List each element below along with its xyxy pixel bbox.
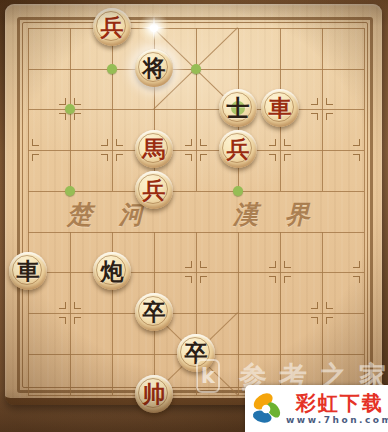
rainbow-pinwheel-icon <box>248 390 286 428</box>
piece-black-advisor[interactable]: 士 <box>219 89 257 127</box>
screenshot-stage: 楚 河 漢 界 兵将士車馬兵兵車炮卒卒帅 k 参考之家 彩虹下载 www.7ho… <box>0 0 388 432</box>
grid-line <box>280 232 281 395</box>
grid-line <box>112 28 113 191</box>
download-badge[interactable]: 彩虹下载 www.7hon.com <box>245 385 388 432</box>
piece-black-soldier[interactable]: 卒 <box>177 334 215 372</box>
grid-line <box>322 232 323 395</box>
xiangqi-board[interactable]: 楚 河 漢 界 兵将士車馬兵兵車炮卒卒帅 <box>5 4 382 405</box>
grid-line <box>238 232 239 395</box>
piece-black-general[interactable]: 将 <box>135 49 173 87</box>
piece-black-chariot[interactable]: 車 <box>9 252 47 290</box>
move-dot <box>233 186 243 196</box>
piece-black-cannon[interactable]: 炮 <box>93 252 131 290</box>
river-label-hanjie: 漢 界 <box>233 199 319 231</box>
move-dot <box>191 64 201 74</box>
grid-line <box>70 232 71 395</box>
move-dot <box>107 64 117 74</box>
download-badge-url: www.7hon.com <box>286 415 388 426</box>
grid-line <box>28 28 29 395</box>
grid-line <box>196 28 197 191</box>
download-badge-title: 彩虹下载 <box>296 391 384 415</box>
piece-black-soldier[interactable]: 卒 <box>135 293 173 331</box>
piece-red-soldier[interactable]: 兵 <box>135 171 173 209</box>
piece-red-soldier[interactable]: 兵 <box>219 130 257 168</box>
grid-line <box>322 28 323 191</box>
grid-line <box>364 28 365 395</box>
piece-red-general[interactable]: 帅 <box>135 375 173 413</box>
piece-red-chariot[interactable]: 車 <box>261 89 299 127</box>
move-dot <box>65 186 75 196</box>
piece-red-horse[interactable]: 馬 <box>135 130 173 168</box>
grid-line <box>28 191 364 192</box>
piece-red-soldier[interactable]: 兵 <box>93 8 131 46</box>
